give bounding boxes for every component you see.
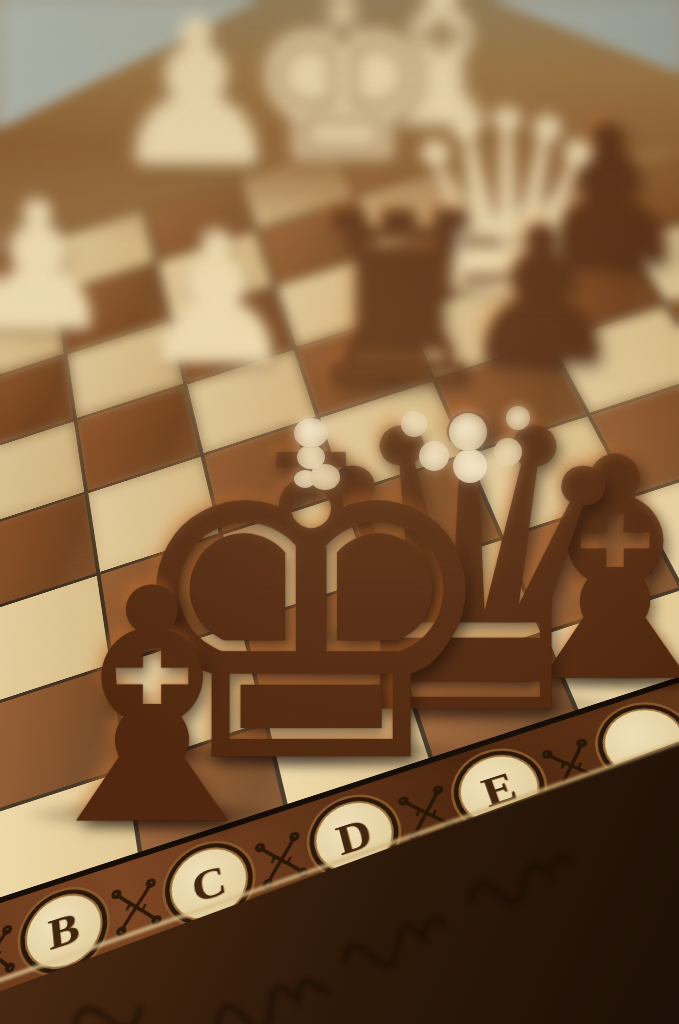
king-finial-beads xyxy=(294,418,328,448)
pawn-icon: ♟ xyxy=(0,199,117,341)
cream-king-e7: ♚ xyxy=(262,0,425,160)
brown-queen-e1: ♛ xyxy=(317,394,619,712)
pieces-layer: ♝♚♛♝♜♟♟♟♟♟♚♝♛ xyxy=(0,0,679,1024)
cream-pawn-c5: ♟ xyxy=(150,223,285,365)
rook-icon: ♜ xyxy=(293,207,505,397)
king-icon: ♚ xyxy=(244,0,441,171)
queen-icon: ♛ xyxy=(286,406,651,732)
pawn-icon: ♟ xyxy=(457,221,625,371)
cream-pawn-a6: ♟ xyxy=(0,194,104,332)
cream-pawn-c7: ♟ xyxy=(122,9,272,167)
queen-icon: ♛ xyxy=(394,104,619,305)
queen-crown-beads xyxy=(449,413,487,451)
brown-pawn-g6: ♟ xyxy=(538,115,679,263)
brown-pawn-f5: ♟ xyxy=(472,216,611,362)
brown-bishop-f1: ♝ xyxy=(501,440,679,680)
pawn-icon: ♟ xyxy=(135,228,298,374)
brown-bishop-c1: ♝ xyxy=(33,570,272,822)
pawn-icon: ♟ xyxy=(106,15,287,177)
cream-bishop-f8: ♝ xyxy=(368,0,516,127)
chess-photo: BCDE ♝♚♛♝♜♟♟♟♟♟♚♝♛ xyxy=(0,0,679,1024)
brown-rook-e5: ♜ xyxy=(311,200,487,385)
cream-queen-f6: ♛ xyxy=(414,97,600,293)
king-icon: ♚ xyxy=(113,428,509,782)
bishop-icon: ♝ xyxy=(7,579,297,837)
bishop-icon: ♝ xyxy=(477,449,679,695)
bishop-icon: ♝ xyxy=(352,0,531,137)
pawn-icon: ♟ xyxy=(523,121,679,272)
brown-king-d1: ♚ xyxy=(147,415,475,760)
